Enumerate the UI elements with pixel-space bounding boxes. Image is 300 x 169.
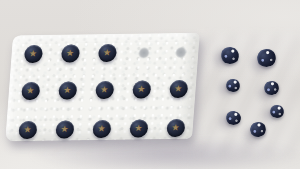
star-icon: ★ bbox=[100, 85, 109, 94]
star-icon: ★ bbox=[97, 124, 106, 133]
star-icon: ★ bbox=[103, 48, 112, 57]
tray-cell-r2c4: ★ bbox=[121, 70, 161, 109]
button-piece: ★ bbox=[60, 44, 79, 62]
tray-cell-r3c4: ★ bbox=[118, 108, 158, 149]
loose-bead-6 bbox=[249, 121, 268, 139]
button-piece: ★ bbox=[95, 81, 114, 99]
tray-cell-r2c5: ★ bbox=[158, 70, 198, 109]
empty-hole bbox=[175, 46, 187, 57]
button-piece: ★ bbox=[166, 119, 185, 137]
tray-cell-r2c3: ★ bbox=[84, 71, 124, 110]
tray-cell-r3c2: ★ bbox=[44, 109, 84, 150]
button-piece: ★ bbox=[55, 120, 74, 138]
button-piece: ★ bbox=[23, 45, 42, 63]
button-piece: ★ bbox=[169, 80, 188, 98]
star-icon: ★ bbox=[171, 123, 180, 132]
tray-cell-r3c1: ★ bbox=[7, 110, 47, 151]
star-icon: ★ bbox=[26, 86, 35, 95]
tray-cell-r3c5: ★ bbox=[155, 108, 195, 149]
empty-hole bbox=[138, 47, 150, 58]
table-light-streaks bbox=[196, 34, 300, 154]
button-piece: ★ bbox=[97, 44, 116, 62]
tray-cell-r1c2: ★ bbox=[50, 35, 90, 72]
star-icon: ★ bbox=[60, 124, 69, 133]
star-icon: ★ bbox=[134, 123, 143, 132]
loose-bead-2 bbox=[255, 47, 277, 69]
star-icon: ★ bbox=[23, 125, 32, 134]
star-icon: ★ bbox=[137, 84, 146, 93]
tray-cell-r1c1: ★ bbox=[13, 36, 53, 73]
tray-cell-r2c1: ★ bbox=[10, 72, 50, 111]
loose-bead-1 bbox=[220, 46, 240, 65]
star-icon: ★ bbox=[66, 48, 75, 57]
tray-cell-r2c2: ★ bbox=[47, 71, 87, 110]
foam-tray: ★★★★★★★★★★★★★ bbox=[5, 33, 200, 142]
button-piece: ★ bbox=[129, 119, 148, 137]
tray-cell-r1c4 bbox=[124, 34, 164, 71]
tray-cell-r1c5 bbox=[161, 34, 201, 71]
photo-scene: ★★★★★★★★★★★★★ bbox=[0, 0, 300, 169]
tray-cell-r3c3: ★ bbox=[81, 109, 121, 150]
button-piece: ★ bbox=[132, 80, 151, 98]
loose-bead-3 bbox=[225, 78, 241, 93]
loose-bead-5 bbox=[225, 110, 242, 126]
button-piece: ★ bbox=[58, 81, 77, 99]
star-icon: ★ bbox=[174, 84, 183, 93]
star-icon: ★ bbox=[29, 49, 38, 58]
button-piece: ★ bbox=[21, 82, 40, 100]
tray-cell-r1c3: ★ bbox=[87, 35, 127, 72]
button-piece: ★ bbox=[18, 121, 37, 139]
star-icon: ★ bbox=[63, 85, 72, 94]
tray-grid: ★★★★★★★★★★★★★ bbox=[4, 33, 200, 151]
loose-bead-7 bbox=[269, 104, 285, 119]
button-piece: ★ bbox=[92, 120, 111, 138]
loose-bead-4 bbox=[262, 79, 280, 96]
